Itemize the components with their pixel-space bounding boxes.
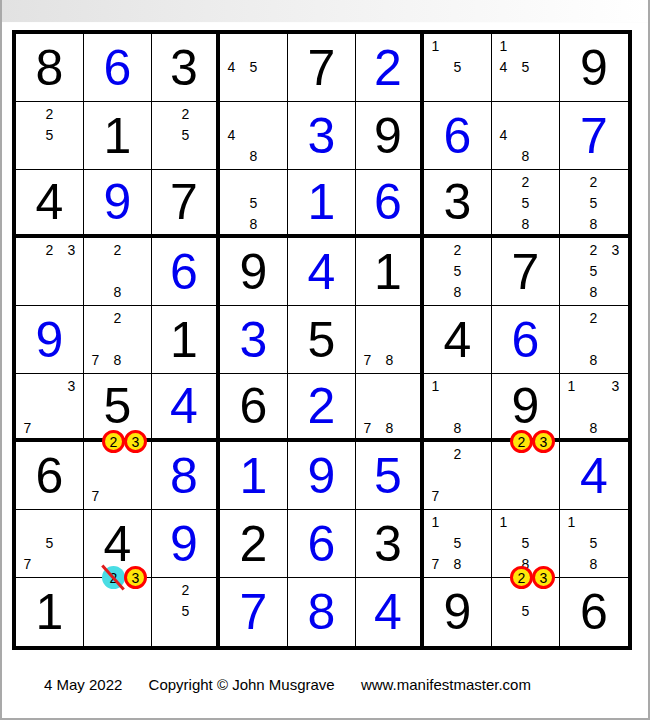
candidate-digit: 8: [515, 214, 536, 234]
candidate-digit: 3: [61, 376, 82, 396]
candidate-digit: 8: [107, 282, 128, 302]
given-digit: 3: [374, 519, 402, 569]
candidate-digit: 2: [583, 240, 604, 260]
cell-r3c1[interactable]: 4: [16, 170, 84, 238]
given-digit: 5: [308, 315, 336, 365]
candidate-digit: 1: [493, 512, 514, 532]
highlighted-candidate-circle: 3: [532, 430, 555, 453]
candidate-digit: 5: [515, 601, 536, 621]
solved-digit: 6: [512, 315, 540, 365]
candidate-digit: 1: [561, 512, 582, 532]
cell-r7c7[interactable]: 27: [424, 442, 492, 510]
solved-digit: 6: [308, 519, 336, 569]
solved-digit: 3: [240, 315, 268, 365]
cell-r2c6[interactable]: 9: [356, 102, 424, 170]
cell-r5c9[interactable]: 28: [560, 306, 628, 374]
given-digit: 7: [308, 43, 336, 93]
candidate-digit: 7: [357, 418, 378, 438]
cell-r4c3[interactable]: 6: [152, 238, 220, 306]
solved-digit: 6: [104, 43, 132, 93]
candidate-digit: 8: [447, 418, 468, 438]
cell-r7c4[interactable]: 1: [220, 442, 288, 510]
cell-r9c3[interactable]: 25: [152, 578, 220, 646]
given-digit: 6: [36, 451, 64, 501]
given-digit: 6: [240, 381, 268, 431]
candidate-digit: 8: [379, 350, 400, 370]
candidate-digit: 8: [583, 554, 604, 574]
cell-r2c8[interactable]: 48: [492, 102, 560, 170]
cell-r7c1[interactable]: 6: [16, 442, 84, 510]
candidate-digit: 4: [493, 125, 514, 145]
given-digit: 8: [36, 43, 64, 93]
cell-r8c1[interactable]: 57: [16, 510, 84, 578]
candidate-digit: 5: [447, 533, 468, 553]
candidate-digit: 5: [447, 57, 468, 77]
candidate-digit: 8: [515, 146, 536, 166]
solved-digit: 2: [374, 43, 402, 93]
cell-r5c4[interactable]: 3: [220, 306, 288, 374]
solved-digit: 6: [444, 111, 472, 161]
candidate-digit: 2: [583, 172, 604, 192]
candidate-digit: 5: [583, 193, 604, 213]
candidate-digit: 2: [39, 240, 60, 260]
solved-digit: 4: [170, 381, 198, 431]
candidate-digit: 2: [107, 240, 128, 260]
given-digit: 1: [104, 111, 132, 161]
solved-digit: 4: [374, 587, 402, 637]
cell-r5c8[interactable]: 6: [492, 306, 560, 374]
cell-r6c4[interactable]: 6: [220, 374, 288, 442]
candidate-digit: 2: [39, 104, 60, 124]
cell-r8c6[interactable]: 3: [356, 510, 424, 578]
given-digit: 4: [104, 519, 132, 569]
candidate-digit: 2: [447, 240, 468, 260]
given-digit: 7: [512, 247, 540, 297]
cell-r3c9[interactable]: 258: [560, 170, 628, 238]
candidate-digit: 5: [175, 125, 196, 145]
candidate-digit: 2: [175, 104, 196, 124]
candidate-digit: 2: [583, 308, 604, 328]
cell-r2c7[interactable]: 6: [424, 102, 492, 170]
candidate-digit: 3: [605, 376, 626, 396]
footer-date: 4 May 2022: [44, 676, 122, 693]
candidate-digit: 8: [583, 350, 604, 370]
cell-r9c2[interactable]: 23: [84, 578, 152, 646]
candidate-digit: 8: [583, 418, 604, 438]
candidate-digit: 2: [107, 308, 128, 328]
cell-r1c4[interactable]: 45: [220, 34, 288, 102]
solved-digit: 9: [170, 519, 198, 569]
candidate-digit: 5: [243, 193, 264, 213]
candidate-digit: 7: [425, 486, 446, 506]
cell-r7c3[interactable]: 8: [152, 442, 220, 510]
candidate-digit: 1: [561, 376, 582, 396]
candidate-digit: 8: [583, 282, 604, 302]
eliminated-candidate-circle: 2: [102, 566, 125, 589]
candidate-digit: 4: [221, 57, 242, 77]
cell-r9c4[interactable]: 7: [220, 578, 288, 646]
candidate-digit: 8: [379, 418, 400, 438]
given-digit: 6: [580, 587, 608, 637]
given-digit: 1: [36, 587, 64, 637]
candidate-digit: 7: [17, 554, 38, 574]
given-digit: 9: [444, 587, 472, 637]
cell-r3c4[interactable]: 58: [220, 170, 288, 238]
cell-r3c5[interactable]: 1: [288, 170, 356, 238]
candidate-digit: 1: [425, 36, 446, 56]
solved-digit: 7: [580, 111, 608, 161]
solved-digit: 4: [308, 247, 336, 297]
cell-r8c9[interactable]: 158: [560, 510, 628, 578]
cell-r6c1[interactable]: 37: [16, 374, 84, 442]
cell-r6c6[interactable]: 78: [356, 374, 424, 442]
cell-r1c1[interactable]: 8: [16, 34, 84, 102]
cell-r4c8[interactable]: 7: [492, 238, 560, 306]
given-digit: 1: [374, 247, 402, 297]
candidate-digit: 5: [515, 57, 536, 77]
candidate-digit: 5: [39, 533, 60, 553]
highlighted-candidate-circle: 3: [124, 430, 147, 453]
cell-r9c5[interactable]: 8: [288, 578, 356, 646]
cell-r3c6[interactable]: 6: [356, 170, 424, 238]
cell-r6c5[interactable]: 2: [288, 374, 356, 442]
cell-r1c6[interactable]: 2: [356, 34, 424, 102]
cell-r4c7[interactable]: 258: [424, 238, 492, 306]
given-digit: 9: [374, 111, 402, 161]
cell-r4c6[interactable]: 1: [356, 238, 424, 306]
candidate-digit: 5: [515, 533, 536, 553]
candidate-digit: 8: [583, 214, 604, 234]
candidate-digit: 5: [39, 125, 60, 145]
cell-r6c3[interactable]: 4: [152, 374, 220, 442]
cell-r8c3[interactable]: 9: [152, 510, 220, 578]
candidate-digit: 1: [425, 376, 446, 396]
highlighted-candidate-circle: 3: [124, 566, 147, 589]
cell-r2c3[interactable]: 25: [152, 102, 220, 170]
cell-r9c8[interactable]: 235: [492, 578, 560, 646]
candidate-digit: 2: [175, 580, 196, 600]
given-digit: 9: [512, 381, 540, 431]
cell-r1c2[interactable]: 6: [84, 34, 152, 102]
candidate-digit: 1: [493, 36, 514, 56]
candidate-digit: 1: [425, 512, 446, 532]
given-digit: 4: [36, 177, 64, 227]
candidate-digit: 5: [447, 261, 468, 281]
solved-digit: 9: [36, 315, 64, 365]
page: 8634572151459251254839648749758163258258…: [0, 0, 650, 720]
candidate-digit: 3: [605, 240, 626, 260]
given-digit: 3: [444, 177, 472, 227]
given-digit: 1: [170, 315, 198, 365]
cell-r4c9[interactable]: 2358: [560, 238, 628, 306]
given-digit: 2: [240, 519, 268, 569]
cell-r5c7[interactable]: 4: [424, 306, 492, 374]
solved-digit: 9: [104, 177, 132, 227]
cell-r7c8[interactable]: 23: [492, 442, 560, 510]
cell-r7c6[interactable]: 5: [356, 442, 424, 510]
solved-digit: 4: [580, 451, 608, 501]
cell-r9c9[interactable]: 6: [560, 578, 628, 646]
cell-r6c7[interactable]: 18: [424, 374, 492, 442]
candidate-digit: 8: [243, 146, 264, 166]
given-digit: 4: [444, 315, 472, 365]
cell-r1c3[interactable]: 3: [152, 34, 220, 102]
solved-digit: 3: [308, 111, 336, 161]
candidate-digit: 7: [425, 554, 446, 574]
cell-r4c1[interactable]: 23: [16, 238, 84, 306]
cell-r8c5[interactable]: 6: [288, 510, 356, 578]
given-digit: 5: [104, 381, 132, 431]
candidate-digit: 8: [243, 214, 264, 234]
highlighted-candidate-circle: 3: [532, 566, 555, 589]
candidate-digit: 7: [17, 418, 38, 438]
cell-r2c2[interactable]: 1: [84, 102, 152, 170]
cell-r1c7[interactable]: 15: [424, 34, 492, 102]
footer: 4 May 2022 Copyright © John Musgrave www…: [44, 676, 531, 693]
cell-r2c1[interactable]: 25: [16, 102, 84, 170]
candidate-digit: 5: [583, 533, 604, 553]
candidate-digit: 7: [357, 350, 378, 370]
window-titlebar: [2, 0, 648, 23]
cell-r4c4[interactable]: 9: [220, 238, 288, 306]
candidate-digit: 8: [447, 282, 468, 302]
highlighted-candidate-circle: 2: [102, 430, 125, 453]
candidate-digit: 8: [107, 350, 128, 370]
solved-digit: 7: [240, 587, 268, 637]
candidate-digit: 3: [61, 240, 82, 260]
cell-r8c7[interactable]: 1578: [424, 510, 492, 578]
candidate-digit: 2: [447, 444, 468, 464]
cell-r5c3[interactable]: 1: [152, 306, 220, 374]
cell-r4c2[interactable]: 28: [84, 238, 152, 306]
candidate-digit: 5: [243, 57, 264, 77]
highlighted-candidate-circle: 2: [510, 566, 533, 589]
cell-r5c5[interactable]: 5: [288, 306, 356, 374]
candidate-digit: 4: [493, 57, 514, 77]
cell-r7c2[interactable]: 237: [84, 442, 152, 510]
footer-copyright: Copyright © John Musgrave: [149, 676, 335, 693]
cell-r7c9[interactable]: 4: [560, 442, 628, 510]
cell-r3c2[interactable]: 9: [84, 170, 152, 238]
given-digit: 7: [170, 177, 198, 227]
footer-website-link[interactable]: www.manifestmaster.com: [361, 676, 531, 693]
candidate-digit: 2: [515, 172, 536, 192]
solved-digit: 6: [374, 177, 402, 227]
cell-r1c5[interactable]: 7: [288, 34, 356, 102]
cell-r2c5[interactable]: 3: [288, 102, 356, 170]
given-digit: 9: [580, 43, 608, 93]
solved-digit: 8: [308, 587, 336, 637]
cell-r3c7[interactable]: 3: [424, 170, 492, 238]
given-digit: 9: [240, 247, 268, 297]
cell-r1c8[interactable]: 145: [492, 34, 560, 102]
solved-digit: 6: [170, 247, 198, 297]
cell-r2c9[interactable]: 7: [560, 102, 628, 170]
candidate-digit: 5: [175, 601, 196, 621]
given-digit: 3: [170, 43, 198, 93]
cell-r9c7[interactable]: 9: [424, 578, 492, 646]
highlighted-candidate-circle: 2: [510, 430, 533, 453]
cell-r3c3[interactable]: 7: [152, 170, 220, 238]
candidate-digit: 5: [515, 193, 536, 213]
cell-r5c2[interactable]: 278: [84, 306, 152, 374]
cell-r3c8[interactable]: 258: [492, 170, 560, 238]
cell-r9c1[interactable]: 1: [16, 578, 84, 646]
solved-digit: 9: [308, 451, 336, 501]
solved-digit: 1: [308, 177, 336, 227]
candidate-digit: 5: [583, 261, 604, 281]
cell-r2c4[interactable]: 48: [220, 102, 288, 170]
solved-digit: 8: [170, 451, 198, 501]
cell-r5c1[interactable]: 9: [16, 306, 84, 374]
cell-r7c5[interactable]: 9: [288, 442, 356, 510]
solved-digit: 1: [240, 451, 268, 501]
sudoku-board: 8634572151459251254839648749758163258258…: [12, 30, 632, 650]
elimination-slash: [101, 565, 125, 591]
candidate-digit: 7: [85, 486, 106, 506]
candidate-digit: 8: [447, 554, 468, 574]
solved-digit: 2: [308, 381, 336, 431]
cell-r9c6[interactable]: 4: [356, 578, 424, 646]
solved-digit: 5: [374, 451, 402, 501]
cell-r1c9[interactable]: 9: [560, 34, 628, 102]
cell-r5c6[interactable]: 78: [356, 306, 424, 374]
candidate-digit: 4: [221, 125, 242, 145]
candidate-digit: 7: [85, 350, 106, 370]
cell-r6c9[interactable]: 138: [560, 374, 628, 442]
cell-r4c5[interactable]: 4: [288, 238, 356, 306]
cell-r8c4[interactable]: 2: [220, 510, 288, 578]
